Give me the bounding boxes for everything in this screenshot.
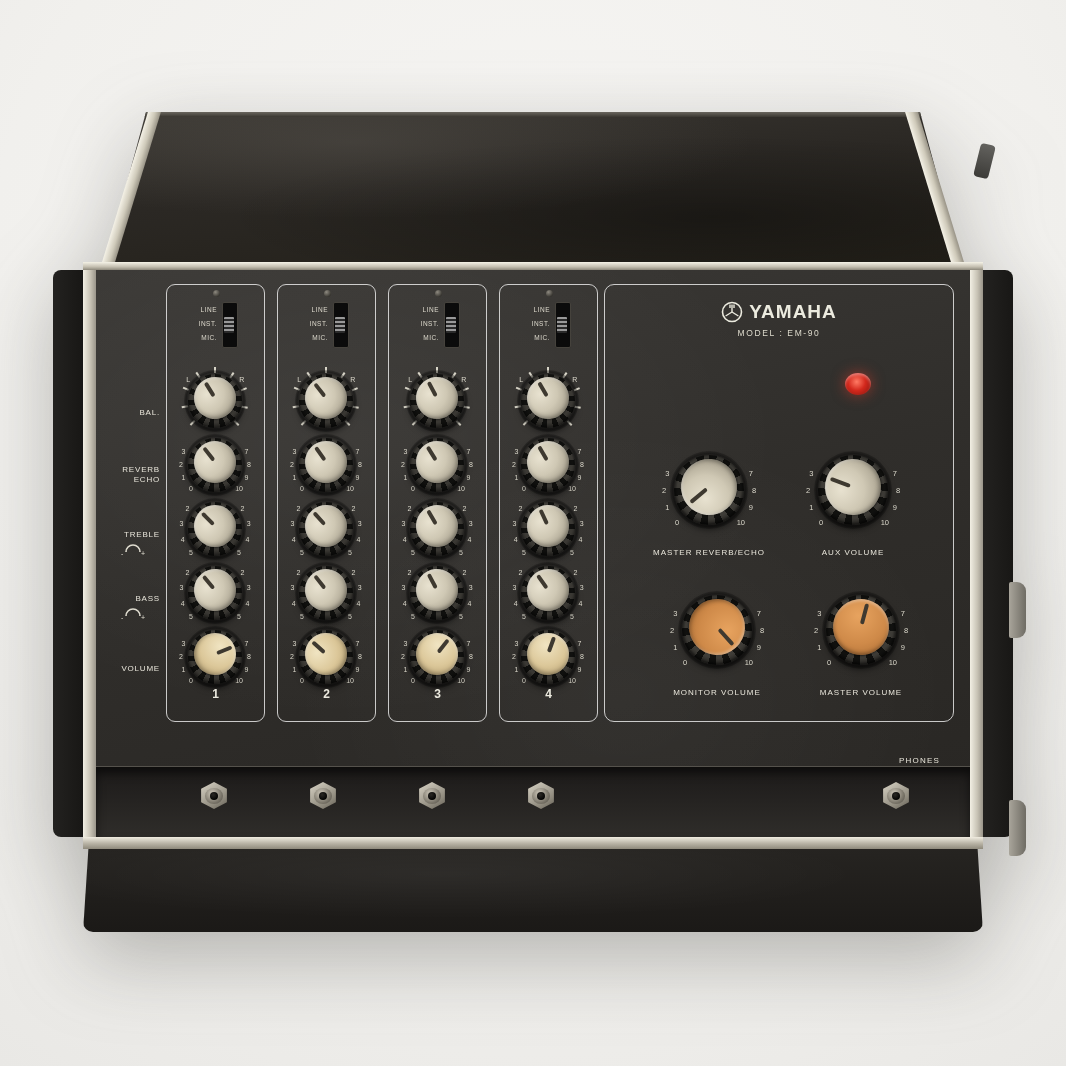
channel-number: 1 (167, 687, 264, 701)
right-trim-strip (970, 270, 983, 837)
master-knob-label: MASTER REVERB/ECHO (629, 548, 789, 557)
knob-pointer (547, 636, 556, 652)
knob-pointer (314, 383, 326, 398)
knob-pointer (717, 628, 735, 647)
jack-hole[interactable] (319, 792, 327, 800)
knob-pointer (313, 511, 326, 525)
knob-scale-7: 7 (897, 609, 909, 618)
knob-scale-0: 0 (671, 518, 683, 527)
photo-background: BAL. REVERB ECHO TREBLE - + BASS - + (0, 0, 1066, 1066)
knob-pointer (203, 447, 215, 462)
knob-scale-7: 7 (745, 469, 757, 478)
channel-2-bal-knob[interactable]: LR (278, 369, 375, 433)
treble-label: TREBLE (102, 530, 160, 539)
rear-leather-panel (83, 112, 983, 262)
channel-2-bass-knob[interactable]: 23452345 (278, 561, 375, 625)
knob-scale-10: 10 (887, 658, 899, 667)
channel-number: 3 (389, 687, 486, 701)
switch-option-mic: MIC. (173, 331, 217, 345)
knob-scale-1: 1 (813, 643, 825, 652)
master-knob-label: MASTER VOLUME (781, 688, 941, 697)
switch-option-inst: INST. (173, 317, 217, 331)
switch-option-mic: MIC. (395, 331, 439, 345)
channel-number: 4 (500, 687, 597, 701)
channel-4-treble-knob[interactable]: 23452345 (500, 497, 597, 561)
knob-pointer (538, 382, 549, 397)
switch-handle[interactable] (335, 317, 345, 333)
knob-scale-1: 1 (669, 643, 681, 652)
knob-scale-9: 9 (753, 643, 765, 652)
switch-option-inst: INST. (395, 317, 439, 331)
top-trim-strip (83, 262, 983, 270)
switch-option-line: LINE (395, 303, 439, 317)
knob-pointer (437, 639, 449, 654)
channel-3-bass-knob[interactable]: 23452345 (389, 561, 486, 625)
reverb-label-line2: ECHO (102, 475, 160, 484)
side-foot-upper (1009, 582, 1026, 638)
knob-scale-2: 2 (802, 486, 814, 495)
knob-scale-10: 10 (743, 658, 755, 667)
brand-wordmark: YAMAHA (749, 301, 837, 323)
knob-pointer (426, 446, 437, 461)
switch-handle[interactable] (446, 317, 456, 333)
knob-pointer (427, 573, 437, 589)
pilot-lamp (845, 373, 871, 395)
knob-scale-8: 8 (756, 626, 768, 635)
switch-option-mic: MIC. (284, 331, 328, 345)
bass-label: BASS (102, 594, 160, 603)
channel-3-reverb-knob[interactable]: 012378910 (389, 433, 486, 497)
side-foot-lower (1009, 800, 1026, 856)
knob-pointer (202, 575, 215, 589)
knob-pointer (427, 381, 437, 397)
brand-block: YAMAHA MODEL : EM-90 (605, 301, 953, 338)
knob-scale-2: 2 (810, 626, 822, 635)
jack-panel (96, 766, 970, 837)
knob-scale-8: 8 (892, 486, 904, 495)
channel-strip-1: LINEINST.MIC.LR0123789102345234523452345… (166, 284, 265, 722)
knob-scale-8: 8 (748, 486, 760, 495)
channel-1-bass-knob[interactable]: 23452345 (167, 561, 264, 625)
switch-slot[interactable] (555, 302, 571, 348)
jack-hole[interactable] (210, 792, 218, 800)
right-side-tolex (983, 270, 1013, 837)
knob-pointer (311, 641, 325, 654)
knob-pointer (204, 382, 215, 397)
front-skirt (83, 849, 983, 932)
switch-option-labels: LINEINST.MIC. (506, 303, 550, 345)
channel-3-treble-knob[interactable]: 23452345 (389, 497, 486, 561)
channel-4-volume-knob[interactable]: 012378910 (500, 625, 597, 689)
input-jack-2[interactable] (301, 777, 345, 821)
bottom-trim-strip (83, 837, 983, 849)
treble-curve-icon: - + (120, 540, 146, 558)
screw-icon (435, 290, 442, 297)
master-section: YAMAHA MODEL : EM-90 012378910MASTER REV… (604, 284, 954, 722)
knob-scale-2: 2 (658, 486, 670, 495)
switch-option-labels: LINEINST.MIC. (284, 303, 328, 345)
channel-4-bass-knob[interactable]: 23452345 (500, 561, 597, 625)
jack-hole[interactable] (428, 792, 436, 800)
left-trim-strip (83, 270, 96, 837)
master-knob-label: MONITOR VOLUME (637, 688, 797, 697)
switch-option-mic: MIC. (506, 331, 550, 345)
knob-pointer (201, 512, 215, 526)
svg-text:-: - (121, 614, 124, 621)
model-label: MODEL : EM-90 (605, 328, 953, 338)
channel-4-reverb-knob[interactable]: 012378910 (500, 433, 597, 497)
knob-pointer (689, 487, 708, 504)
input-select-switch[interactable]: LINEINST.MIC. (278, 301, 375, 363)
reverb-label-line1: REVERB (102, 465, 160, 474)
input-select-switch[interactable]: LINEINST.MIC. (500, 301, 597, 363)
channel-1-bal-knob[interactable]: LR (167, 369, 264, 433)
knob-pointer (427, 510, 438, 525)
input-jack-1[interactable] (192, 777, 236, 821)
screw-icon (546, 290, 553, 297)
knob-scale-7: 7 (753, 609, 765, 618)
switch-slot[interactable] (444, 302, 460, 348)
channel-1-volume-knob[interactable]: 012378910 (167, 625, 264, 689)
switch-option-labels: LINEINST.MIC. (395, 303, 439, 345)
channel-4-bal-knob[interactable]: LR (500, 369, 597, 433)
knob-pointer (830, 477, 852, 488)
switch-option-line: LINE (506, 303, 550, 317)
master-reverb-echo-knob[interactable]: 012378910 (634, 442, 784, 538)
switch-option-line: LINE (284, 303, 328, 317)
channel-1-treble-knob[interactable]: 23452345 (167, 497, 264, 561)
knob-pointer (860, 603, 870, 625)
channel-strip-2: LINEINST.MIC.LR0123789102345234523452345… (277, 284, 376, 722)
left-side-tolex (53, 270, 83, 837)
knob-scale-0: 0 (815, 518, 827, 527)
svg-text:+: + (141, 614, 145, 621)
knob-scale-9: 9 (897, 643, 909, 652)
knob-scale-0: 0 (823, 658, 835, 667)
switch-handle[interactable] (224, 317, 234, 333)
channel-strips: LINEINST.MIC.LR0123789102345234523452345… (166, 284, 610, 722)
knob-pointer (216, 646, 232, 655)
jack-hole[interactable] (537, 792, 545, 800)
svg-text:-: - (121, 550, 124, 557)
mixer-body: BAL. REVERB ECHO TREBLE - + BASS - + (83, 262, 983, 837)
channel-strip-4: LINEINST.MIC.LR0123789102345234523452345… (499, 284, 598, 722)
knob-scale-10: 10 (879, 518, 891, 527)
monitor-volume-knob[interactable]: 012378910 (642, 582, 792, 678)
switch-handle[interactable] (557, 317, 567, 333)
bal-label: BAL. (102, 408, 160, 417)
knob-scale-1: 1 (661, 503, 673, 512)
switch-option-line: LINE (173, 303, 217, 317)
master-volume-knob[interactable]: 012378910 (786, 582, 936, 678)
channel-3-volume-knob[interactable]: 012378910 (389, 625, 486, 689)
bass-curve-icon: - + (120, 604, 146, 622)
svg-text:+: + (141, 550, 145, 557)
knob-scale-1: 1 (805, 503, 817, 512)
channel-1-reverb-knob[interactable]: 012378910 (167, 433, 264, 497)
knob-pointer (536, 574, 548, 589)
switch-slot[interactable] (222, 302, 238, 348)
knob-pointer (539, 509, 549, 525)
control-panel: BAL. REVERB ECHO TREBLE - + BASS - + (96, 270, 970, 837)
channel-strip-3: LINEINST.MIC.LR0123789102345234523452345… (388, 284, 487, 722)
yamaha-tuning-fork-icon (721, 301, 743, 323)
phones-jack[interactable] (874, 777, 918, 821)
knob-scale-9: 9 (745, 503, 757, 512)
rear-panel-knob[interactable] (973, 143, 996, 180)
knob-scale-10: 10 (735, 518, 747, 527)
switch-slot[interactable] (333, 302, 349, 348)
mixer-device: BAL. REVERB ECHO TREBLE - + BASS - + (83, 112, 983, 932)
channel-number: 2 (278, 687, 375, 701)
knob-pointer (314, 575, 326, 590)
input-select-switch[interactable]: LINEINST.MIC. (167, 301, 264, 363)
knob-scale-9: 9 (889, 503, 901, 512)
input-select-switch[interactable]: LINEINST.MIC. (389, 301, 486, 363)
input-jack-4[interactable] (519, 777, 563, 821)
screw-icon (324, 290, 331, 297)
screw-icon (213, 290, 220, 297)
knob-pointer (314, 446, 326, 461)
volume-label: VOLUME (102, 664, 160, 673)
switch-option-inst: INST. (506, 317, 550, 331)
knob-pointer (538, 446, 549, 461)
channel-2-reverb-knob[interactable]: 012378910 (278, 433, 375, 497)
input-jack-3[interactable] (410, 777, 454, 821)
phones-label: PHONES (899, 756, 940, 765)
master-knob-label: AUX VOLUME (773, 548, 933, 557)
channel-2-volume-knob[interactable]: 012378910 (278, 625, 375, 689)
knob-scale-8: 8 (900, 626, 912, 635)
knob-scale-0: 0 (679, 658, 691, 667)
aux-volume-knob[interactable]: 012378910 (778, 442, 928, 538)
switch-option-labels: LINEINST.MIC. (173, 303, 217, 345)
switch-option-inst: INST. (284, 317, 328, 331)
knob-scale-7: 7 (889, 469, 901, 478)
knob-scale-2: 2 (666, 626, 678, 635)
channel-2-treble-knob[interactable]: 23452345 (278, 497, 375, 561)
jack-hole[interactable] (892, 792, 900, 800)
channel-3-bal-knob[interactable]: LR (389, 369, 486, 433)
